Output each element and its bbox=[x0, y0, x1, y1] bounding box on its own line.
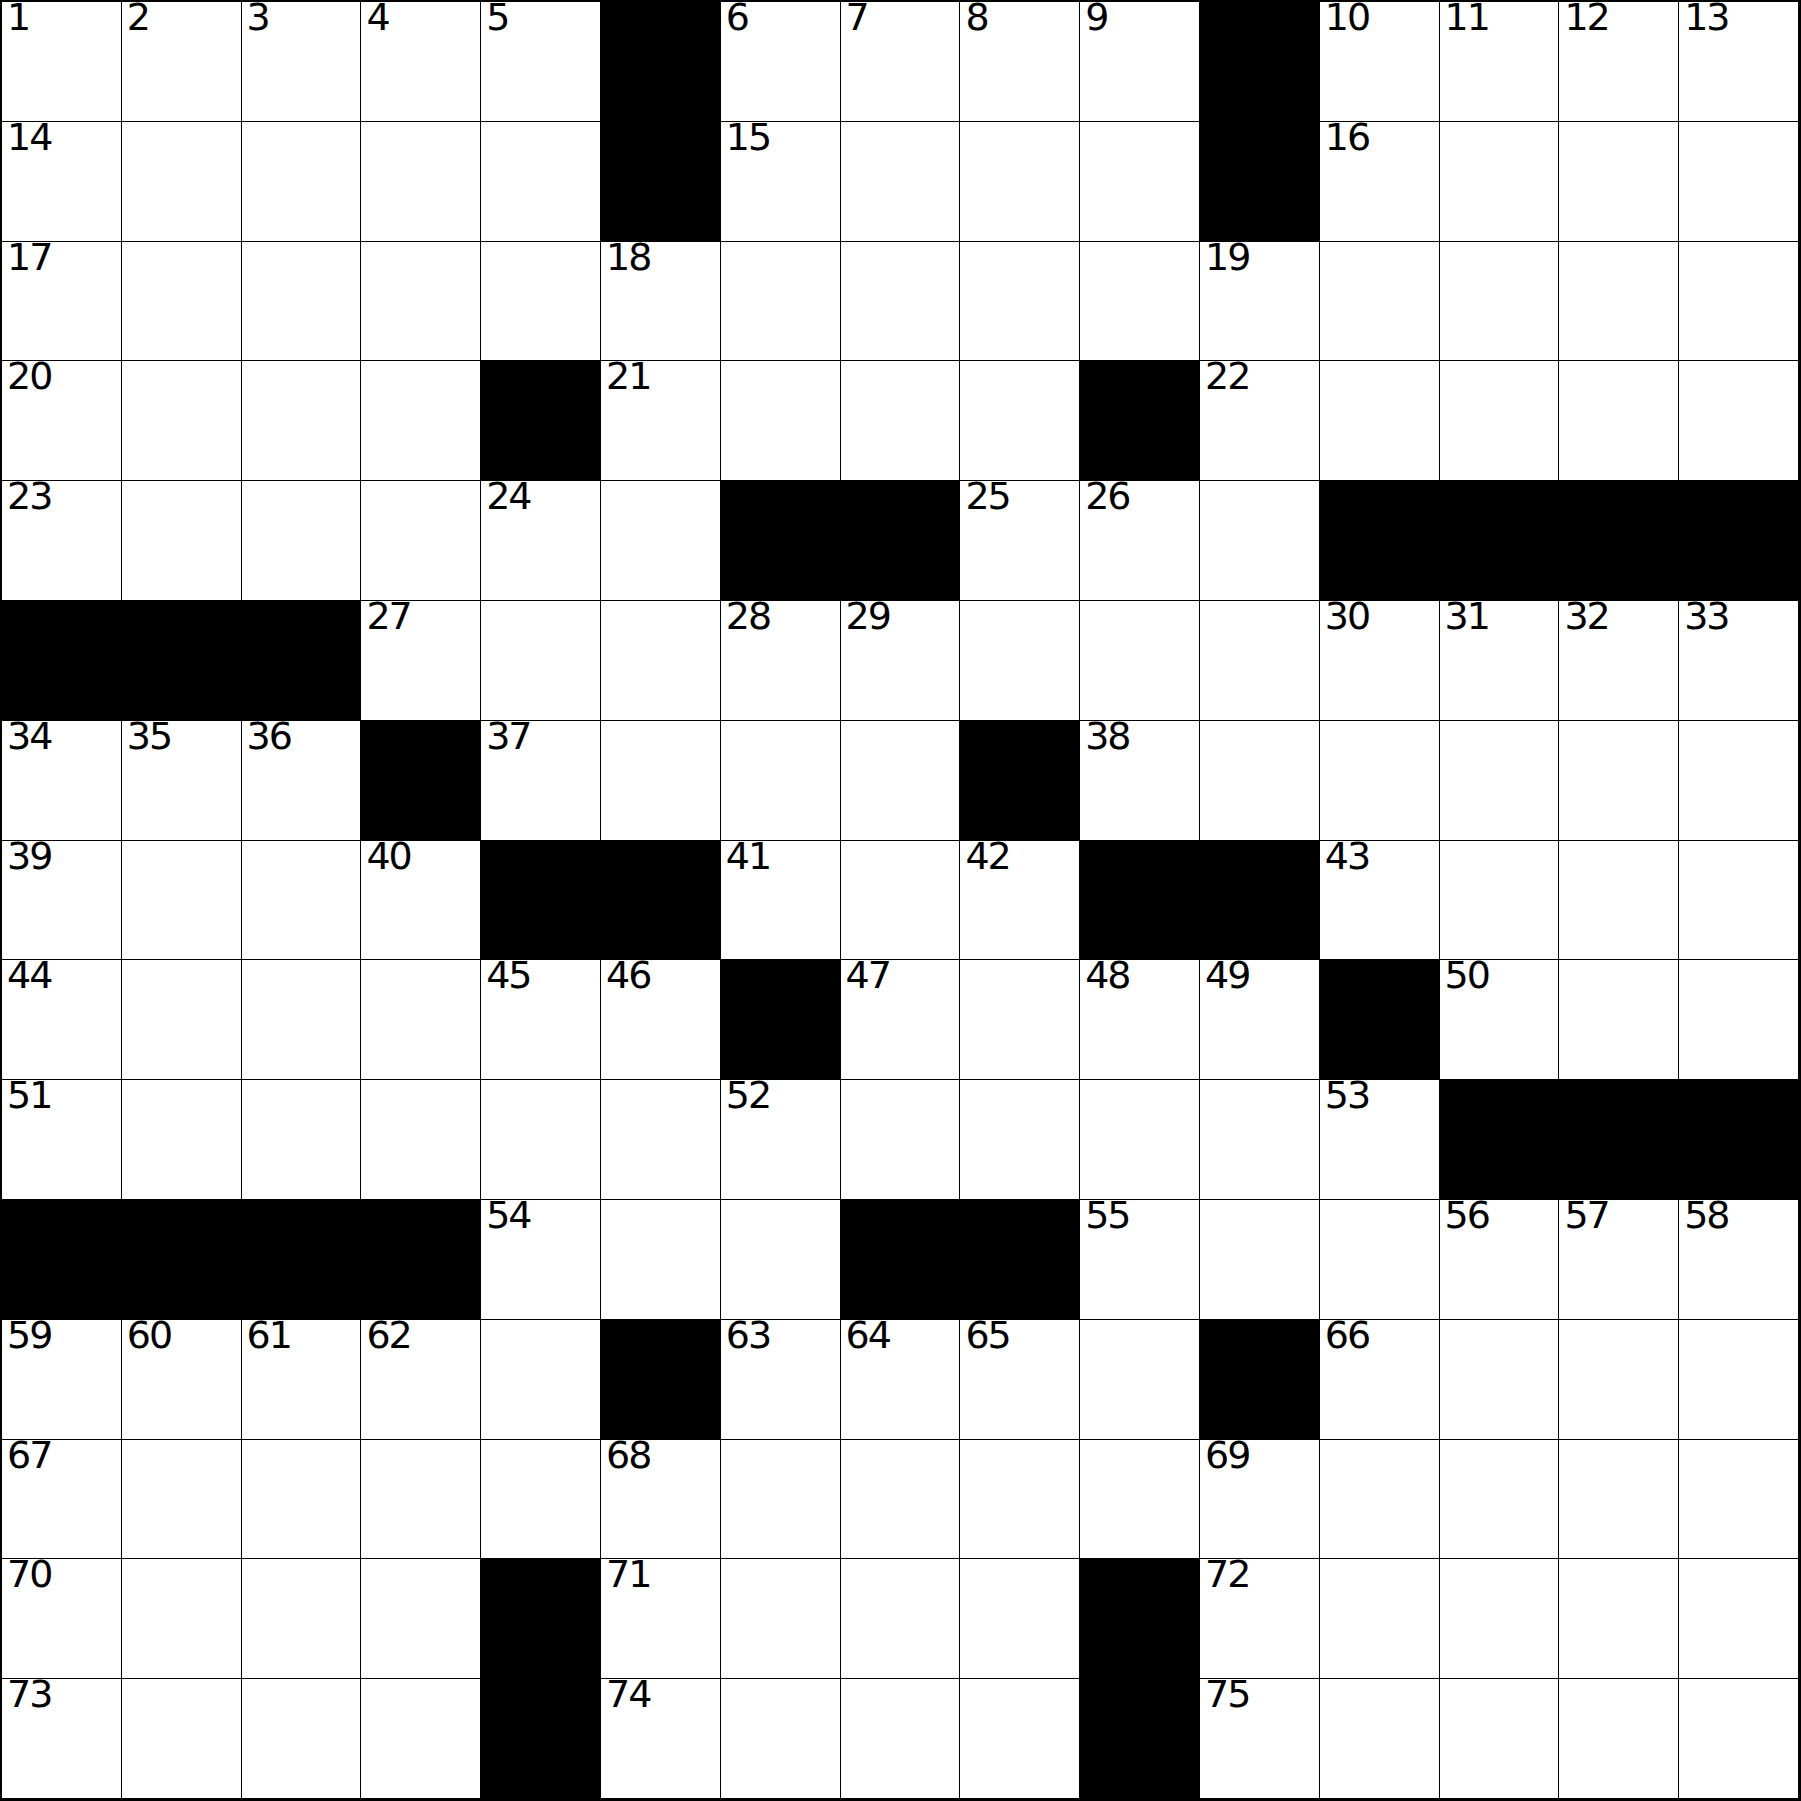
cell-r13-c2[interactable] bbox=[242, 1559, 362, 1679]
cell-r11-c1[interactable]: 60 bbox=[122, 1320, 242, 1440]
cell-r10-c4[interactable]: 54 bbox=[481, 1200, 601, 1320]
clue-number: 60 bbox=[127, 1313, 171, 1357]
clue-number: 39 bbox=[7, 834, 51, 878]
cell-r0-c12[interactable]: 11 bbox=[1440, 2, 1560, 122]
cell-r10-c10[interactable] bbox=[1200, 1200, 1320, 1320]
cell-r7-c2[interactable] bbox=[242, 841, 362, 961]
cell-r11-c3[interactable]: 62 bbox=[361, 1320, 481, 1440]
cell-r2-c9[interactable] bbox=[1080, 242, 1200, 362]
clue-number: 20 bbox=[7, 354, 51, 398]
cell-r8-c1[interactable] bbox=[122, 960, 242, 1080]
cell-r10-c13[interactable]: 57 bbox=[1559, 1200, 1679, 1320]
cell-r14-c5[interactable]: 74 bbox=[601, 1679, 721, 1799]
cell-r9-c1[interactable] bbox=[122, 1080, 242, 1200]
cell-r6-c2[interactable]: 36 bbox=[242, 721, 362, 841]
crossword-board: 1234567891011121314151617181920212223242… bbox=[0, 0, 1801, 1801]
cell-r4-c5[interactable] bbox=[601, 481, 721, 601]
cell-r0-c3[interactable]: 4 bbox=[361, 2, 481, 122]
cell-r3-c2[interactable] bbox=[242, 361, 362, 481]
black-cell-r4-c12 bbox=[1440, 481, 1560, 601]
cell-r11-c4[interactable] bbox=[481, 1320, 601, 1440]
clue-number: 67 bbox=[7, 1433, 51, 1477]
cell-r8-c0[interactable]: 44 bbox=[2, 960, 122, 1080]
cell-r1-c4[interactable] bbox=[481, 122, 601, 242]
clue-number: 61 bbox=[247, 1313, 291, 1357]
cell-r2-c8[interactable] bbox=[960, 242, 1080, 362]
cell-r5-c4[interactable] bbox=[481, 601, 601, 721]
clue-number: 29 bbox=[846, 594, 890, 638]
clue-number: 33 bbox=[1684, 594, 1728, 638]
black-cell-r10-c1 bbox=[122, 1200, 242, 1320]
cell-r7-c12[interactable] bbox=[1440, 841, 1560, 961]
clue-number: 44 bbox=[7, 953, 51, 997]
cell-r2-c3[interactable] bbox=[361, 242, 481, 362]
black-cell-r8-c6 bbox=[721, 960, 841, 1080]
cell-r2-c13[interactable] bbox=[1559, 242, 1679, 362]
cell-r0-c7[interactable]: 7 bbox=[841, 2, 961, 122]
clue-number: 10 bbox=[1325, 0, 1369, 39]
cell-r9-c9[interactable] bbox=[1080, 1080, 1200, 1200]
cell-r5-c13[interactable]: 32 bbox=[1559, 601, 1679, 721]
cell-r1-c9[interactable] bbox=[1080, 122, 1200, 242]
cell-r13-c0[interactable]: 70 bbox=[2, 1559, 122, 1679]
cell-r14-c3[interactable] bbox=[361, 1679, 481, 1799]
cell-r5-c6[interactable]: 28 bbox=[721, 601, 841, 721]
cell-r13-c5[interactable]: 71 bbox=[601, 1559, 721, 1679]
cell-r8-c13[interactable] bbox=[1559, 960, 1679, 1080]
black-cell-r3-c4 bbox=[481, 361, 601, 481]
cell-r12-c11[interactable] bbox=[1320, 1440, 1440, 1560]
cell-r3-c13[interactable] bbox=[1559, 361, 1679, 481]
cell-r8-c9[interactable]: 48 bbox=[1080, 960, 1200, 1080]
cell-r6-c11[interactable] bbox=[1320, 721, 1440, 841]
clue-number: 11 bbox=[1445, 0, 1489, 39]
clue-number: 36 bbox=[247, 714, 291, 758]
clue-number: 9 bbox=[1085, 0, 1107, 39]
cell-r6-c13[interactable] bbox=[1559, 721, 1679, 841]
cell-r13-c13[interactable] bbox=[1559, 1559, 1679, 1679]
clue-number: 64 bbox=[846, 1313, 890, 1357]
cell-r6-c6[interactable] bbox=[721, 721, 841, 841]
clue-number: 25 bbox=[965, 474, 1009, 518]
cell-r5-c9[interactable] bbox=[1080, 601, 1200, 721]
cell-r0-c8[interactable]: 8 bbox=[960, 2, 1080, 122]
black-cell-r5-c2 bbox=[242, 601, 362, 721]
cell-r0-c4[interactable]: 5 bbox=[481, 2, 601, 122]
black-cell-r4-c14 bbox=[1679, 481, 1799, 601]
clue-number: 27 bbox=[366, 594, 410, 638]
clue-number: 4 bbox=[366, 0, 388, 39]
cell-r5-c14[interactable]: 33 bbox=[1679, 601, 1799, 721]
clue-number: 28 bbox=[726, 594, 770, 638]
cell-r0-c14[interactable]: 13 bbox=[1679, 2, 1799, 122]
cell-r8-c2[interactable] bbox=[242, 960, 362, 1080]
black-cell-r7-c5 bbox=[601, 841, 721, 961]
clue-number: 1 bbox=[7, 0, 29, 39]
cell-r14-c6[interactable] bbox=[721, 1679, 841, 1799]
cell-r4-c8[interactable]: 25 bbox=[960, 481, 1080, 601]
cell-r12-c0[interactable]: 67 bbox=[2, 1440, 122, 1560]
black-cell-r7-c10 bbox=[1200, 841, 1320, 961]
cell-r3-c11[interactable] bbox=[1320, 361, 1440, 481]
cell-r1-c12[interactable] bbox=[1440, 122, 1560, 242]
cell-r2-c6[interactable] bbox=[721, 242, 841, 362]
cell-r5-c7[interactable]: 29 bbox=[841, 601, 961, 721]
cell-r7-c0[interactable]: 39 bbox=[2, 841, 122, 961]
black-cell-r0-c5 bbox=[601, 2, 721, 122]
cell-r7-c13[interactable] bbox=[1559, 841, 1679, 961]
cell-r13-c1[interactable] bbox=[122, 1559, 242, 1679]
cell-r10-c11[interactable] bbox=[1320, 1200, 1440, 1320]
cell-r0-c13[interactable]: 12 bbox=[1559, 2, 1679, 122]
cell-r8-c14[interactable] bbox=[1679, 960, 1799, 1080]
clue-number: 57 bbox=[1564, 1193, 1608, 1237]
cell-r7-c11[interactable]: 43 bbox=[1320, 841, 1440, 961]
cell-r2-c12[interactable] bbox=[1440, 242, 1560, 362]
black-cell-r11-c10 bbox=[1200, 1320, 1320, 1440]
cell-r12-c12[interactable] bbox=[1440, 1440, 1560, 1560]
cell-r1-c13[interactable] bbox=[1559, 122, 1679, 242]
cell-r5-c11[interactable]: 30 bbox=[1320, 601, 1440, 721]
cell-r13-c10[interactable]: 72 bbox=[1200, 1559, 1320, 1679]
clue-number: 46 bbox=[606, 953, 650, 997]
cell-r1-c3[interactable] bbox=[361, 122, 481, 242]
cell-r2-c4[interactable] bbox=[481, 242, 601, 362]
black-cell-r6-c3 bbox=[361, 721, 481, 841]
cell-r2-c7[interactable] bbox=[841, 242, 961, 362]
cell-r6-c10[interactable] bbox=[1200, 721, 1320, 841]
cell-r9-c0[interactable]: 51 bbox=[2, 1080, 122, 1200]
black-cell-r4-c11 bbox=[1320, 481, 1440, 601]
cell-r1-c14[interactable] bbox=[1679, 122, 1799, 242]
cell-r0-c11[interactable]: 10 bbox=[1320, 2, 1440, 122]
cell-r11-c7[interactable]: 64 bbox=[841, 1320, 961, 1440]
cell-r7-c6[interactable]: 41 bbox=[721, 841, 841, 961]
cell-r14-c11[interactable] bbox=[1320, 1679, 1440, 1799]
cell-r1-c6[interactable]: 15 bbox=[721, 122, 841, 242]
clue-number: 47 bbox=[846, 953, 890, 997]
cell-r12-c13[interactable] bbox=[1559, 1440, 1679, 1560]
cell-r14-c1[interactable] bbox=[122, 1679, 242, 1799]
clue-number: 68 bbox=[606, 1433, 650, 1477]
cell-r12-c1[interactable] bbox=[122, 1440, 242, 1560]
cell-r3-c8[interactable] bbox=[960, 361, 1080, 481]
clue-number: 5 bbox=[486, 0, 508, 39]
clue-number: 73 bbox=[7, 1672, 51, 1716]
clue-number: 18 bbox=[606, 235, 650, 279]
cell-r3-c14[interactable] bbox=[1679, 361, 1799, 481]
cell-r7-c1[interactable] bbox=[122, 841, 242, 961]
cell-r10-c12[interactable]: 56 bbox=[1440, 1200, 1560, 1320]
cell-r12-c4[interactable] bbox=[481, 1440, 601, 1560]
black-cell-r7-c9 bbox=[1080, 841, 1200, 961]
cell-r3-c0[interactable]: 20 bbox=[2, 361, 122, 481]
cell-r12-c7[interactable] bbox=[841, 1440, 961, 1560]
clue-number: 58 bbox=[1684, 1193, 1728, 1237]
cell-r2-c10[interactable]: 19 bbox=[1200, 242, 1320, 362]
cell-r12-c10[interactable]: 69 bbox=[1200, 1440, 1320, 1560]
cell-r5-c8[interactable] bbox=[960, 601, 1080, 721]
cell-r9-c4[interactable] bbox=[481, 1080, 601, 1200]
cell-r9-c2[interactable] bbox=[242, 1080, 362, 1200]
cell-r13-c8[interactable] bbox=[960, 1559, 1080, 1679]
clue-number: 69 bbox=[1205, 1433, 1249, 1477]
cell-r5-c5[interactable] bbox=[601, 601, 721, 721]
cell-r8-c10[interactable]: 49 bbox=[1200, 960, 1320, 1080]
cell-r8-c12[interactable]: 50 bbox=[1440, 960, 1560, 1080]
clue-number: 52 bbox=[726, 1073, 770, 1117]
cell-r8-c7[interactable]: 47 bbox=[841, 960, 961, 1080]
cell-r13-c7[interactable] bbox=[841, 1559, 961, 1679]
cell-r9-c8[interactable] bbox=[960, 1080, 1080, 1200]
clue-number: 17 bbox=[7, 235, 51, 279]
cell-r14-c12[interactable] bbox=[1440, 1679, 1560, 1799]
black-cell-r10-c3 bbox=[361, 1200, 481, 1320]
cell-r1-c2[interactable] bbox=[242, 122, 362, 242]
cell-r13-c3[interactable] bbox=[361, 1559, 481, 1679]
black-cell-r14-c9 bbox=[1080, 1679, 1200, 1799]
cell-r5-c12[interactable]: 31 bbox=[1440, 601, 1560, 721]
cell-r13-c12[interactable] bbox=[1440, 1559, 1560, 1679]
cell-r1-c1[interactable] bbox=[122, 122, 242, 242]
black-cell-r1-c5 bbox=[601, 122, 721, 242]
cell-r11-c13[interactable] bbox=[1559, 1320, 1679, 1440]
cell-r12-c3[interactable] bbox=[361, 1440, 481, 1560]
clue-number: 24 bbox=[486, 474, 530, 518]
clue-number: 15 bbox=[726, 115, 770, 159]
cell-r7-c3[interactable]: 40 bbox=[361, 841, 481, 961]
clue-number: 63 bbox=[726, 1313, 770, 1357]
cell-r0-c6[interactable]: 6 bbox=[721, 2, 841, 122]
cell-r4-c9[interactable]: 26 bbox=[1080, 481, 1200, 601]
cell-r6-c9[interactable]: 38 bbox=[1080, 721, 1200, 841]
cell-r4-c1[interactable] bbox=[122, 481, 242, 601]
cell-r13-c11[interactable] bbox=[1320, 1559, 1440, 1679]
clue-number: 40 bbox=[366, 834, 410, 878]
cell-r11-c8[interactable]: 65 bbox=[960, 1320, 1080, 1440]
cell-r7-c8[interactable]: 42 bbox=[960, 841, 1080, 961]
cell-r8-c4[interactable]: 45 bbox=[481, 960, 601, 1080]
cell-r11-c12[interactable] bbox=[1440, 1320, 1560, 1440]
clue-number: 56 bbox=[1445, 1193, 1489, 1237]
cell-r1-c11[interactable]: 16 bbox=[1320, 122, 1440, 242]
black-cell-r4-c6 bbox=[721, 481, 841, 601]
cell-r2-c1[interactable] bbox=[122, 242, 242, 362]
cell-r0-c0[interactable]: 1 bbox=[2, 2, 122, 122]
cell-r2-c2[interactable] bbox=[242, 242, 362, 362]
cell-r10-c6[interactable] bbox=[721, 1200, 841, 1320]
clue-number: 55 bbox=[1085, 1193, 1129, 1237]
black-cell-r1-c10 bbox=[1200, 122, 1320, 242]
cell-r8-c3[interactable] bbox=[361, 960, 481, 1080]
clue-number: 66 bbox=[1325, 1313, 1369, 1357]
cell-r3-c5[interactable]: 21 bbox=[601, 361, 721, 481]
cell-r3-c12[interactable] bbox=[1440, 361, 1560, 481]
black-cell-r7-c4 bbox=[481, 841, 601, 961]
cell-r11-c9[interactable] bbox=[1080, 1320, 1200, 1440]
cell-r9-c7[interactable] bbox=[841, 1080, 961, 1200]
clue-number: 23 bbox=[7, 474, 51, 518]
cell-r1-c7[interactable] bbox=[841, 122, 961, 242]
cell-r12-c14[interactable] bbox=[1679, 1440, 1799, 1560]
clue-number: 51 bbox=[7, 1073, 51, 1117]
black-cell-r9-c13 bbox=[1559, 1080, 1679, 1200]
cell-r7-c7[interactable] bbox=[841, 841, 961, 961]
clue-number: 38 bbox=[1085, 714, 1129, 758]
cell-r12-c6[interactable] bbox=[721, 1440, 841, 1560]
black-cell-r4-c7 bbox=[841, 481, 961, 601]
clue-number: 16 bbox=[1325, 115, 1369, 159]
black-cell-r10-c0 bbox=[2, 1200, 122, 1320]
clue-number: 14 bbox=[7, 115, 51, 159]
cell-r1-c8[interactable] bbox=[960, 122, 1080, 242]
black-cell-r10-c2 bbox=[242, 1200, 362, 1320]
clue-number: 45 bbox=[486, 953, 530, 997]
cell-r3-c3[interactable] bbox=[361, 361, 481, 481]
cell-r14-c7[interactable] bbox=[841, 1679, 961, 1799]
cell-r9-c10[interactable] bbox=[1200, 1080, 1320, 1200]
black-cell-r5-c0 bbox=[2, 601, 122, 721]
clue-number: 13 bbox=[1684, 0, 1728, 39]
cell-r10-c9[interactable]: 55 bbox=[1080, 1200, 1200, 1320]
cell-r11-c11[interactable]: 66 bbox=[1320, 1320, 1440, 1440]
cell-r14-c13[interactable] bbox=[1559, 1679, 1679, 1799]
clue-number: 6 bbox=[726, 0, 748, 39]
black-cell-r10-c7 bbox=[841, 1200, 961, 1320]
clue-number: 35 bbox=[127, 714, 171, 758]
cell-r14-c0[interactable]: 73 bbox=[2, 1679, 122, 1799]
black-cell-r9-c12 bbox=[1440, 1080, 1560, 1200]
clue-number: 71 bbox=[606, 1552, 650, 1596]
cell-r13-c6[interactable] bbox=[721, 1559, 841, 1679]
cell-r6-c1[interactable]: 35 bbox=[122, 721, 242, 841]
black-cell-r9-c14 bbox=[1679, 1080, 1799, 1200]
clue-number: 75 bbox=[1205, 1672, 1249, 1716]
clue-number: 42 bbox=[965, 834, 1009, 878]
cell-r9-c6[interactable]: 52 bbox=[721, 1080, 841, 1200]
clue-number: 48 bbox=[1085, 953, 1129, 997]
clue-number: 59 bbox=[7, 1313, 51, 1357]
cell-r0-c9[interactable]: 9 bbox=[1080, 2, 1200, 122]
cell-r4-c4[interactable]: 24 bbox=[481, 481, 601, 601]
clue-number: 70 bbox=[7, 1552, 51, 1596]
black-cell-r13-c4 bbox=[481, 1559, 601, 1679]
clue-number: 41 bbox=[726, 834, 770, 878]
cell-r4-c0[interactable]: 23 bbox=[2, 481, 122, 601]
cell-r6-c7[interactable] bbox=[841, 721, 961, 841]
cell-r9-c5[interactable] bbox=[601, 1080, 721, 1200]
cell-r8-c8[interactable] bbox=[960, 960, 1080, 1080]
cell-r14-c14[interactable] bbox=[1679, 1679, 1799, 1799]
cell-r12-c9[interactable] bbox=[1080, 1440, 1200, 1560]
black-cell-r14-c4 bbox=[481, 1679, 601, 1799]
cell-r2-c0[interactable]: 17 bbox=[2, 242, 122, 362]
black-cell-r0-c10 bbox=[1200, 2, 1320, 122]
black-cell-r3-c9 bbox=[1080, 361, 1200, 481]
black-cell-r11-c5 bbox=[601, 1320, 721, 1440]
cell-r11-c2[interactable]: 61 bbox=[242, 1320, 362, 1440]
clue-number: 72 bbox=[1205, 1552, 1249, 1596]
clue-number: 31 bbox=[1445, 594, 1489, 638]
black-cell-r8-c11 bbox=[1320, 960, 1440, 1080]
clue-number: 12 bbox=[1564, 0, 1608, 39]
cell-r14-c8[interactable] bbox=[960, 1679, 1080, 1799]
cell-r3-c10[interactable]: 22 bbox=[1200, 361, 1320, 481]
cell-r11-c14[interactable] bbox=[1679, 1320, 1799, 1440]
cell-r4-c2[interactable] bbox=[242, 481, 362, 601]
clue-number: 50 bbox=[1445, 953, 1489, 997]
clue-number: 8 bbox=[965, 0, 987, 39]
cell-r6-c0[interactable]: 34 bbox=[2, 721, 122, 841]
clue-number: 32 bbox=[1564, 594, 1608, 638]
cell-r6-c14[interactable] bbox=[1679, 721, 1799, 841]
clue-number: 54 bbox=[486, 1193, 530, 1237]
cell-r11-c0[interactable]: 59 bbox=[2, 1320, 122, 1440]
clue-number: 43 bbox=[1325, 834, 1369, 878]
cell-r13-c14[interactable] bbox=[1679, 1559, 1799, 1679]
black-cell-r5-c1 bbox=[122, 601, 242, 721]
cell-r6-c12[interactable] bbox=[1440, 721, 1560, 841]
clue-number: 3 bbox=[247, 0, 269, 39]
clue-number: 62 bbox=[366, 1313, 410, 1357]
clue-number: 2 bbox=[127, 0, 149, 39]
clue-number: 34 bbox=[7, 714, 51, 758]
cell-r5-c10[interactable] bbox=[1200, 601, 1320, 721]
clue-number: 49 bbox=[1205, 953, 1249, 997]
cell-r5-c3[interactable]: 27 bbox=[361, 601, 481, 721]
cell-r10-c14[interactable]: 58 bbox=[1679, 1200, 1799, 1320]
cell-r12-c2[interactable] bbox=[242, 1440, 362, 1560]
cell-r12-c8[interactable] bbox=[960, 1440, 1080, 1560]
cell-r3-c1[interactable] bbox=[122, 361, 242, 481]
clue-number: 26 bbox=[1085, 474, 1129, 518]
cell-r14-c2[interactable] bbox=[242, 1679, 362, 1799]
clue-number: 22 bbox=[1205, 354, 1249, 398]
cell-r8-c5[interactable]: 46 bbox=[601, 960, 721, 1080]
black-cell-r13-c9 bbox=[1080, 1559, 1200, 1679]
cell-r1-c0[interactable]: 14 bbox=[2, 122, 122, 242]
cell-r2-c14[interactable] bbox=[1679, 242, 1799, 362]
cell-r7-c14[interactable] bbox=[1679, 841, 1799, 961]
cell-r2-c5[interactable]: 18 bbox=[601, 242, 721, 362]
cell-r9-c3[interactable] bbox=[361, 1080, 481, 1200]
black-cell-r10-c8 bbox=[960, 1200, 1080, 1320]
clue-number: 74 bbox=[606, 1672, 650, 1716]
clue-number: 37 bbox=[486, 714, 530, 758]
cell-r4-c3[interactable] bbox=[361, 481, 481, 601]
black-cell-r6-c8 bbox=[960, 721, 1080, 841]
cell-r3-c6[interactable] bbox=[721, 361, 841, 481]
cell-r11-c6[interactable]: 63 bbox=[721, 1320, 841, 1440]
cell-r0-c1[interactable]: 2 bbox=[122, 2, 242, 122]
cell-r4-c10[interactable] bbox=[1200, 481, 1320, 601]
cell-r2-c11[interactable] bbox=[1320, 242, 1440, 362]
black-cell-r4-c13 bbox=[1559, 481, 1679, 601]
cell-r6-c5[interactable] bbox=[601, 721, 721, 841]
cell-r6-c4[interactable]: 37 bbox=[481, 721, 601, 841]
clue-number: 53 bbox=[1325, 1073, 1369, 1117]
cell-r10-c5[interactable] bbox=[601, 1200, 721, 1320]
clue-number: 65 bbox=[965, 1313, 1009, 1357]
cell-r12-c5[interactable]: 68 bbox=[601, 1440, 721, 1560]
cell-r14-c10[interactable]: 75 bbox=[1200, 1679, 1320, 1799]
clue-number: 21 bbox=[606, 354, 650, 398]
clue-number: 30 bbox=[1325, 594, 1369, 638]
clue-number: 7 bbox=[846, 0, 868, 39]
cell-r3-c7[interactable] bbox=[841, 361, 961, 481]
cell-r9-c11[interactable]: 53 bbox=[1320, 1080, 1440, 1200]
cell-r0-c2[interactable]: 3 bbox=[242, 2, 362, 122]
